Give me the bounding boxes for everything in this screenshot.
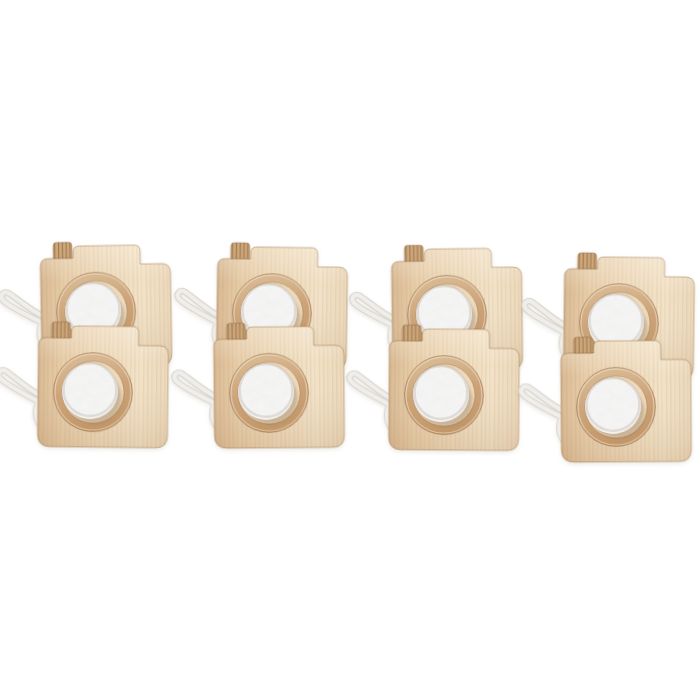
shutter-knob [226, 323, 245, 339]
hanging-cord [521, 386, 562, 439]
shutter-knob [231, 243, 250, 259]
toy-camera [158, 313, 351, 457]
camera-lens [404, 355, 484, 435]
shutter-knob [574, 337, 593, 353]
product-image [0, 0, 700, 700]
camera-lens [53, 352, 133, 432]
hanging-cord [349, 374, 390, 427]
hanging-cord [174, 372, 215, 425]
camera-lens [229, 353, 309, 433]
toy-camera [334, 315, 527, 458]
shutter-knob [404, 245, 423, 261]
shutter-knob [53, 242, 72, 258]
shutter-knob [51, 322, 70, 338]
shutter-knob [578, 253, 597, 269]
hanging-cord [0, 370, 39, 423]
shutter-knob [402, 325, 421, 341]
toy-camera [506, 327, 699, 470]
toy-camera [0, 312, 176, 456]
camera-lens [576, 367, 656, 447]
